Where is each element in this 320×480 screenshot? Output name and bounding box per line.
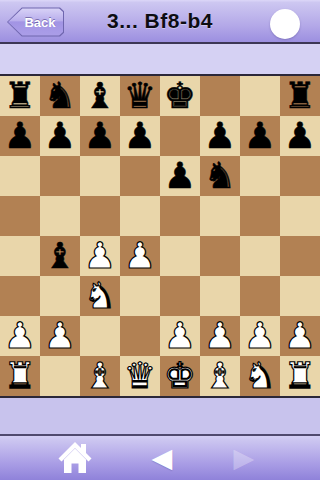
square-g5[interactable] xyxy=(240,196,280,236)
board-frame: ♜♞♝♛♚♜♟♟♟♟♟♟♟♟♞♝♟♟♞♟♟♟♟♟♟♜♝♛♚♝♞♜ xyxy=(0,74,320,398)
bottom-toolbar: ◀ ▶ xyxy=(0,434,320,480)
white-pawn: ♟ xyxy=(0,316,40,356)
black-pawn: ♟ xyxy=(200,116,240,156)
square-d1[interactable]: ♛ xyxy=(120,356,160,396)
black-knight: ♞ xyxy=(200,156,240,196)
square-g4[interactable] xyxy=(240,236,280,276)
square-f1[interactable]: ♝ xyxy=(200,356,240,396)
black-rook: ♜ xyxy=(0,76,40,116)
white-to-move-indicator xyxy=(270,9,300,39)
square-c2[interactable] xyxy=(80,316,120,356)
square-e3[interactable] xyxy=(160,276,200,316)
white-rook: ♜ xyxy=(280,356,320,396)
square-d8[interactable]: ♛ xyxy=(120,76,160,116)
square-e6[interactable]: ♟ xyxy=(160,156,200,196)
square-a6[interactable] xyxy=(0,156,40,196)
square-d5[interactable] xyxy=(120,196,160,236)
upper-spacer xyxy=(0,44,320,74)
square-h5[interactable] xyxy=(280,196,320,236)
black-pawn: ♟ xyxy=(80,116,120,156)
previous-move-button[interactable]: ◀ xyxy=(134,436,190,480)
white-bishop: ♝ xyxy=(200,356,240,396)
square-g6[interactable] xyxy=(240,156,280,196)
square-b5[interactable] xyxy=(40,196,80,236)
square-c6[interactable] xyxy=(80,156,120,196)
square-g1[interactable]: ♞ xyxy=(240,356,280,396)
white-pawn: ♟ xyxy=(40,316,80,356)
square-d2[interactable] xyxy=(120,316,160,356)
square-g8[interactable] xyxy=(240,76,280,116)
white-knight: ♞ xyxy=(80,276,120,316)
square-d3[interactable] xyxy=(120,276,160,316)
square-e1[interactable]: ♚ xyxy=(160,356,200,396)
square-a3[interactable] xyxy=(0,276,40,316)
white-rook: ♜ xyxy=(0,356,40,396)
square-b6[interactable] xyxy=(40,156,80,196)
square-e2[interactable]: ♟ xyxy=(160,316,200,356)
chess-board: ♜♞♝♛♚♜♟♟♟♟♟♟♟♟♞♝♟♟♞♟♟♟♟♟♟♜♝♛♚♝♞♜ xyxy=(0,76,320,396)
square-f3[interactable] xyxy=(200,276,240,316)
black-rook: ♜ xyxy=(280,76,320,116)
square-e5[interactable] xyxy=(160,196,200,236)
square-d6[interactable] xyxy=(120,156,160,196)
black-pawn: ♟ xyxy=(120,116,160,156)
white-pawn: ♟ xyxy=(80,236,120,276)
home-icon xyxy=(57,440,93,476)
black-pawn: ♟ xyxy=(40,116,80,156)
square-c7[interactable]: ♟ xyxy=(80,116,120,156)
white-queen: ♛ xyxy=(120,356,160,396)
square-a7[interactable]: ♟ xyxy=(0,116,40,156)
home-button[interactable] xyxy=(47,436,103,480)
square-b4[interactable]: ♝ xyxy=(40,236,80,276)
square-g7[interactable]: ♟ xyxy=(240,116,280,156)
black-pawn: ♟ xyxy=(160,156,200,196)
next-move-button[interactable]: ▶ xyxy=(216,436,272,480)
black-king: ♚ xyxy=(160,76,200,116)
square-h1[interactable]: ♜ xyxy=(280,356,320,396)
square-f7[interactable]: ♟ xyxy=(200,116,240,156)
square-a8[interactable]: ♜ xyxy=(0,76,40,116)
white-knight: ♞ xyxy=(240,356,280,396)
white-pawn: ♟ xyxy=(120,236,160,276)
square-e8[interactable]: ♚ xyxy=(160,76,200,116)
square-b7[interactable]: ♟ xyxy=(40,116,80,156)
square-d4[interactable]: ♟ xyxy=(120,236,160,276)
navigation-bar: Back 3... Bf8-b4 xyxy=(0,0,320,44)
square-a5[interactable] xyxy=(0,196,40,236)
next-arrow-icon: ▶ xyxy=(234,436,255,480)
square-h6[interactable] xyxy=(280,156,320,196)
square-e7[interactable] xyxy=(160,116,200,156)
square-b8[interactable]: ♞ xyxy=(40,76,80,116)
white-king: ♚ xyxy=(160,356,200,396)
square-a1[interactable]: ♜ xyxy=(0,356,40,396)
black-pawn: ♟ xyxy=(0,116,40,156)
square-d7[interactable]: ♟ xyxy=(120,116,160,156)
white-pawn: ♟ xyxy=(280,316,320,356)
black-pawn: ♟ xyxy=(280,116,320,156)
square-c1[interactable]: ♝ xyxy=(80,356,120,396)
square-a2[interactable]: ♟ xyxy=(0,316,40,356)
black-queen: ♛ xyxy=(120,76,160,116)
square-a4[interactable] xyxy=(0,236,40,276)
previous-arrow-icon: ◀ xyxy=(152,436,173,480)
square-h2[interactable]: ♟ xyxy=(280,316,320,356)
black-pawn: ♟ xyxy=(240,116,280,156)
square-h4[interactable] xyxy=(280,236,320,276)
square-h8[interactable]: ♜ xyxy=(280,76,320,116)
square-c3[interactable]: ♞ xyxy=(80,276,120,316)
square-b3[interactable] xyxy=(40,276,80,316)
white-pawn: ♟ xyxy=(200,316,240,356)
square-f8[interactable] xyxy=(200,76,240,116)
black-bishop: ♝ xyxy=(40,236,80,276)
black-knight: ♞ xyxy=(40,76,80,116)
square-f2[interactable]: ♟ xyxy=(200,316,240,356)
white-pawn: ♟ xyxy=(240,316,280,356)
square-c5[interactable] xyxy=(80,196,120,236)
square-f5[interactable] xyxy=(200,196,240,236)
square-e4[interactable] xyxy=(160,236,200,276)
square-c8[interactable]: ♝ xyxy=(80,76,120,116)
square-g3[interactable] xyxy=(240,276,280,316)
square-b1[interactable] xyxy=(40,356,80,396)
square-g2[interactable]: ♟ xyxy=(240,316,280,356)
square-b2[interactable]: ♟ xyxy=(40,316,80,356)
square-f6[interactable]: ♞ xyxy=(200,156,240,196)
square-h7[interactable]: ♟ xyxy=(280,116,320,156)
lower-spacer xyxy=(0,398,320,434)
square-h3[interactable] xyxy=(280,276,320,316)
white-pawn: ♟ xyxy=(160,316,200,356)
white-bishop: ♝ xyxy=(80,356,120,396)
black-bishop: ♝ xyxy=(80,76,120,116)
square-f4[interactable] xyxy=(200,236,240,276)
square-c4[interactable]: ♟ xyxy=(80,236,120,276)
